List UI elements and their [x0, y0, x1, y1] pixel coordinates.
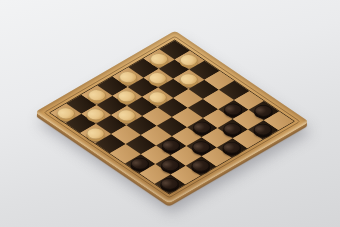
checkers-board — [73, 53, 271, 182]
board-rotation-layer — [35, 31, 309, 204]
board-frame — [35, 31, 309, 204]
photo-background — [0, 0, 340, 227]
board-grid — [49, 40, 295, 195]
